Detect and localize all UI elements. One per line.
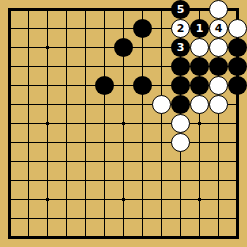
stone-black[interactable]	[228, 76, 247, 95]
stone-white[interactable]	[171, 114, 190, 133]
stone-white[interactable]	[190, 38, 209, 57]
stone-black-move-3[interactable]: 3	[171, 38, 190, 57]
move-number: 5	[177, 4, 185, 15]
move-number: 1	[196, 23, 204, 34]
stones-layer: 52143	[0, 0, 247, 247]
stone-black[interactable]	[95, 76, 114, 95]
stone-black-move-1[interactable]: 1	[190, 19, 209, 38]
stone-white[interactable]	[209, 38, 228, 57]
move-number: 3	[177, 42, 185, 53]
stone-black-move-5[interactable]: 5	[171, 0, 190, 19]
stone-white[interactable]	[209, 76, 228, 95]
stone-white-move-4[interactable]: 4	[209, 19, 228, 38]
stone-black[interactable]	[190, 57, 209, 76]
stone-black[interactable]	[228, 57, 247, 76]
stone-white[interactable]	[209, 0, 228, 19]
stone-black[interactable]	[133, 19, 152, 38]
stone-black[interactable]	[209, 57, 228, 76]
stone-black[interactable]	[114, 38, 133, 57]
stone-white-move-2[interactable]: 2	[171, 19, 190, 38]
go-board[interactable]: 52143	[0, 0, 247, 247]
stone-black[interactable]	[171, 76, 190, 95]
stone-black[interactable]	[171, 57, 190, 76]
stone-white[interactable]	[190, 95, 209, 114]
stone-black[interactable]	[133, 76, 152, 95]
move-number: 2	[177, 23, 185, 34]
stone-black[interactable]	[171, 95, 190, 114]
stone-white[interactable]	[209, 95, 228, 114]
stone-white[interactable]	[171, 133, 190, 152]
move-number: 4	[215, 23, 223, 34]
stone-black[interactable]	[190, 76, 209, 95]
stone-white[interactable]	[228, 19, 247, 38]
stone-black[interactable]	[228, 38, 247, 57]
stone-white[interactable]	[152, 95, 171, 114]
